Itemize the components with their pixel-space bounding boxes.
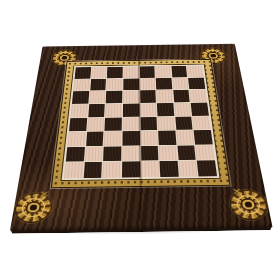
board-square <box>86 132 104 146</box>
board-square <box>158 116 175 130</box>
board-square <box>190 90 207 102</box>
board-square <box>173 90 190 102</box>
board-square <box>140 131 157 145</box>
board-square <box>90 79 106 91</box>
board-square <box>66 147 85 162</box>
board-square <box>123 67 138 78</box>
board-square <box>177 145 196 160</box>
board-square <box>141 146 159 161</box>
board-square <box>83 162 102 178</box>
board-square <box>157 103 174 116</box>
chess-board: ✕ ✕ <box>10 44 273 231</box>
board-square <box>75 67 91 78</box>
board-square <box>139 66 154 77</box>
board-square <box>174 103 191 116</box>
x-ornament-right: ✕ <box>230 186 245 197</box>
board-square <box>197 161 217 177</box>
board-square <box>72 91 89 103</box>
board-square <box>175 116 193 130</box>
board-tilt-wrapper: ✕ ✕ <box>0 0 280 280</box>
board-square <box>156 90 173 102</box>
board-square <box>155 66 171 77</box>
board-square <box>178 161 197 177</box>
board-square <box>105 104 122 117</box>
board-square <box>158 131 176 145</box>
board-square <box>105 117 122 131</box>
board-square <box>196 145 215 160</box>
board-square <box>103 162 121 178</box>
board-square <box>123 91 139 103</box>
board-square <box>104 131 122 145</box>
board-square <box>160 161 179 177</box>
board-square <box>73 79 90 91</box>
board-square <box>188 77 205 89</box>
board-square <box>122 131 139 145</box>
board-square <box>91 67 107 78</box>
board-square <box>122 146 140 161</box>
board-square <box>107 67 123 78</box>
board-square <box>106 91 122 103</box>
x-ornament-left: ✕ <box>37 189 52 200</box>
board-square <box>123 117 140 131</box>
board-square <box>70 104 87 117</box>
board-square <box>187 66 204 77</box>
board-square <box>123 103 139 116</box>
board-square <box>85 147 103 162</box>
board-square <box>140 117 157 131</box>
board-square <box>67 132 85 146</box>
board-square <box>192 116 210 130</box>
board-square <box>64 162 83 178</box>
board-square <box>103 146 121 161</box>
board-square <box>176 130 194 144</box>
board-square <box>107 79 123 91</box>
board-square <box>122 162 140 178</box>
board-square <box>89 91 106 103</box>
product-photo: ✕ ✕ <box>0 0 280 280</box>
board-square <box>172 78 189 90</box>
board-square <box>159 145 177 160</box>
board-square <box>87 117 104 131</box>
board-square <box>123 78 139 90</box>
board-square <box>141 161 159 177</box>
board-square <box>88 104 105 117</box>
board-square <box>140 78 156 90</box>
board-square <box>69 118 87 132</box>
board-square <box>191 103 209 116</box>
board-square <box>140 90 156 102</box>
board-square <box>156 78 172 90</box>
board-square <box>194 130 213 144</box>
board-square <box>171 66 187 77</box>
board-square <box>140 103 157 116</box>
